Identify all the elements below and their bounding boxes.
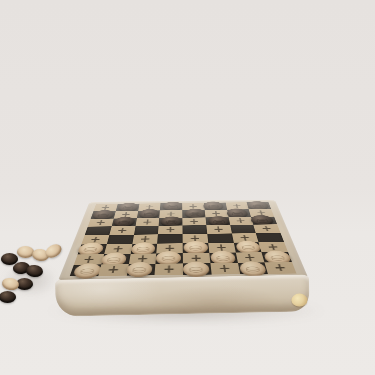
off-board-light-piece[interactable] (1, 277, 20, 292)
offboard-pieces-cluster (0, 0, 375, 375)
off-board-dark-piece[interactable] (26, 264, 44, 277)
photo-scene: +⛂+⛂+⛂+⛂⛂+⛂+⛂+⛂++⛂+⛂+⛂+⛂++++++++⛀+⛀+⛀+⛀+… (0, 0, 375, 375)
off-board-dark-piece[interactable] (0, 291, 16, 303)
